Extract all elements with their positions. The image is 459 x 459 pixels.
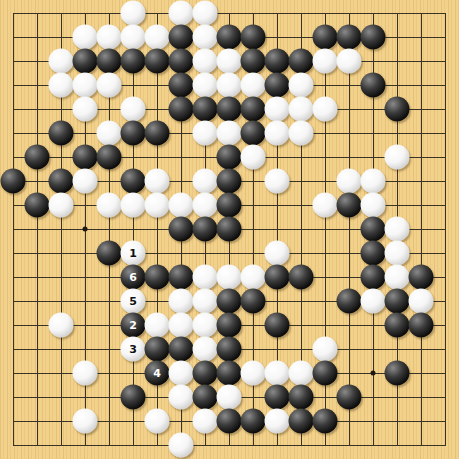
black-stone bbox=[265, 265, 290, 290]
white-stone bbox=[217, 73, 242, 98]
move-number-label: 4 bbox=[153, 368, 161, 379]
white-stone bbox=[193, 337, 218, 362]
black-stone bbox=[97, 241, 122, 266]
black-stone bbox=[145, 337, 170, 362]
white-stone bbox=[73, 409, 98, 434]
white-stone bbox=[49, 49, 74, 74]
go-board[interactable]: 165234 bbox=[0, 0, 459, 459]
black-stone bbox=[361, 73, 386, 98]
white-stone bbox=[217, 265, 242, 290]
white-stone bbox=[217, 121, 242, 146]
white-stone bbox=[97, 25, 122, 50]
white-stone bbox=[193, 49, 218, 74]
black-stone bbox=[265, 49, 290, 74]
white-stone bbox=[97, 193, 122, 218]
black-stone bbox=[241, 121, 266, 146]
black-stone bbox=[169, 73, 194, 98]
black-stone bbox=[289, 265, 314, 290]
black-stone bbox=[265, 385, 290, 410]
black-stone-move-4: 4 bbox=[145, 361, 170, 386]
white-stone bbox=[49, 193, 74, 218]
white-stone bbox=[145, 169, 170, 194]
black-stone bbox=[241, 289, 266, 314]
white-stone bbox=[241, 361, 266, 386]
move-number-label: 6 bbox=[129, 272, 137, 283]
white-stone-move-3: 3 bbox=[121, 337, 146, 362]
white-stone bbox=[217, 385, 242, 410]
white-stone bbox=[385, 265, 410, 290]
black-stone bbox=[265, 73, 290, 98]
black-stone bbox=[337, 289, 362, 314]
black-stone bbox=[313, 409, 338, 434]
black-stone bbox=[241, 409, 266, 434]
black-stone bbox=[121, 49, 146, 74]
white-stone bbox=[217, 49, 242, 74]
black-stone bbox=[241, 97, 266, 122]
black-stone bbox=[121, 169, 146, 194]
black-stone bbox=[25, 145, 50, 170]
black-stone bbox=[385, 361, 410, 386]
black-stone bbox=[193, 361, 218, 386]
black-stone bbox=[121, 121, 146, 146]
black-stone bbox=[337, 193, 362, 218]
black-stone bbox=[169, 337, 194, 362]
white-stone bbox=[337, 49, 362, 74]
white-stone bbox=[169, 433, 194, 458]
white-stone bbox=[97, 121, 122, 146]
white-stone bbox=[121, 97, 146, 122]
black-stone bbox=[217, 145, 242, 170]
black-stone bbox=[73, 49, 98, 74]
black-stone bbox=[145, 121, 170, 146]
white-stone bbox=[193, 193, 218, 218]
white-stone bbox=[169, 1, 194, 26]
black-stone bbox=[49, 121, 74, 146]
grid-line-vertical bbox=[349, 13, 350, 446]
white-stone bbox=[145, 193, 170, 218]
white-stone bbox=[313, 193, 338, 218]
white-stone bbox=[265, 169, 290, 194]
grid-line-horizontal bbox=[13, 445, 446, 446]
move-number-label: 5 bbox=[129, 296, 137, 307]
black-stone bbox=[289, 49, 314, 74]
white-stone bbox=[361, 193, 386, 218]
white-stone-move-5: 5 bbox=[121, 289, 146, 314]
white-stone bbox=[49, 73, 74, 98]
black-stone bbox=[97, 49, 122, 74]
white-stone bbox=[73, 97, 98, 122]
white-stone-move-1: 1 bbox=[121, 241, 146, 266]
black-stone bbox=[361, 25, 386, 50]
white-stone bbox=[313, 337, 338, 362]
white-stone bbox=[265, 241, 290, 266]
black-stone bbox=[217, 361, 242, 386]
white-stone bbox=[169, 361, 194, 386]
black-stone bbox=[217, 169, 242, 194]
star-point bbox=[371, 371, 376, 376]
black-stone bbox=[217, 25, 242, 50]
black-stone bbox=[217, 409, 242, 434]
black-stone bbox=[265, 313, 290, 338]
white-stone bbox=[193, 1, 218, 26]
white-stone bbox=[193, 409, 218, 434]
white-stone bbox=[193, 121, 218, 146]
white-stone bbox=[409, 289, 434, 314]
black-stone bbox=[217, 337, 242, 362]
white-stone bbox=[193, 313, 218, 338]
move-number-label: 2 bbox=[129, 320, 137, 331]
white-stone bbox=[193, 25, 218, 50]
black-stone bbox=[145, 265, 170, 290]
white-stone bbox=[73, 169, 98, 194]
black-stone bbox=[409, 265, 434, 290]
white-stone bbox=[313, 97, 338, 122]
white-stone bbox=[385, 145, 410, 170]
black-stone bbox=[169, 217, 194, 242]
black-stone bbox=[121, 385, 146, 410]
black-stone bbox=[217, 313, 242, 338]
black-stone-move-6: 6 bbox=[121, 265, 146, 290]
white-stone bbox=[289, 121, 314, 146]
black-stone bbox=[169, 265, 194, 290]
white-stone bbox=[49, 313, 74, 338]
black-stone-move-2: 2 bbox=[121, 313, 146, 338]
white-stone bbox=[169, 193, 194, 218]
black-stone bbox=[337, 385, 362, 410]
black-stone bbox=[361, 217, 386, 242]
black-stone bbox=[217, 289, 242, 314]
white-stone bbox=[121, 25, 146, 50]
star-point bbox=[83, 227, 88, 232]
white-stone bbox=[241, 73, 266, 98]
black-stone bbox=[1, 169, 26, 194]
white-stone bbox=[145, 409, 170, 434]
white-stone bbox=[73, 73, 98, 98]
white-stone bbox=[265, 361, 290, 386]
black-stone bbox=[385, 289, 410, 314]
white-stone bbox=[385, 241, 410, 266]
black-stone bbox=[73, 145, 98, 170]
white-stone bbox=[313, 49, 338, 74]
black-stone bbox=[145, 49, 170, 74]
white-stone bbox=[193, 289, 218, 314]
white-stone bbox=[169, 385, 194, 410]
black-stone bbox=[241, 25, 266, 50]
black-stone bbox=[193, 217, 218, 242]
black-stone bbox=[241, 49, 266, 74]
white-stone bbox=[361, 289, 386, 314]
black-stone bbox=[313, 361, 338, 386]
black-stone bbox=[49, 169, 74, 194]
white-stone bbox=[121, 193, 146, 218]
black-stone bbox=[361, 241, 386, 266]
white-stone bbox=[265, 97, 290, 122]
black-stone bbox=[193, 385, 218, 410]
grid-line-vertical bbox=[421, 13, 422, 446]
white-stone bbox=[385, 217, 410, 242]
black-stone bbox=[409, 313, 434, 338]
white-stone bbox=[73, 25, 98, 50]
black-stone bbox=[169, 25, 194, 50]
black-stone bbox=[385, 313, 410, 338]
black-stone bbox=[169, 97, 194, 122]
black-stone bbox=[385, 97, 410, 122]
black-stone bbox=[193, 97, 218, 122]
move-number-label: 1 bbox=[129, 248, 137, 259]
white-stone bbox=[169, 289, 194, 314]
black-stone bbox=[337, 25, 362, 50]
white-stone bbox=[73, 361, 98, 386]
grid-line-vertical bbox=[445, 13, 446, 446]
black-stone bbox=[361, 265, 386, 290]
white-stone bbox=[193, 169, 218, 194]
white-stone bbox=[265, 121, 290, 146]
white-stone bbox=[241, 145, 266, 170]
white-stone bbox=[337, 169, 362, 194]
white-stone bbox=[97, 73, 122, 98]
white-stone bbox=[145, 313, 170, 338]
white-stone bbox=[289, 73, 314, 98]
white-stone bbox=[145, 25, 170, 50]
white-stone bbox=[289, 361, 314, 386]
black-stone bbox=[313, 25, 338, 50]
white-stone bbox=[289, 97, 314, 122]
white-stone bbox=[169, 313, 194, 338]
white-stone bbox=[241, 265, 266, 290]
black-stone bbox=[289, 409, 314, 434]
black-stone bbox=[217, 217, 242, 242]
black-stone bbox=[25, 193, 50, 218]
white-stone bbox=[193, 265, 218, 290]
white-stone bbox=[121, 1, 146, 26]
black-stone bbox=[217, 97, 242, 122]
black-stone bbox=[169, 49, 194, 74]
move-number-label: 3 bbox=[129, 344, 137, 355]
white-stone bbox=[265, 409, 290, 434]
black-stone bbox=[289, 385, 314, 410]
white-stone bbox=[361, 169, 386, 194]
white-stone bbox=[193, 73, 218, 98]
black-stone bbox=[97, 145, 122, 170]
black-stone bbox=[217, 193, 242, 218]
